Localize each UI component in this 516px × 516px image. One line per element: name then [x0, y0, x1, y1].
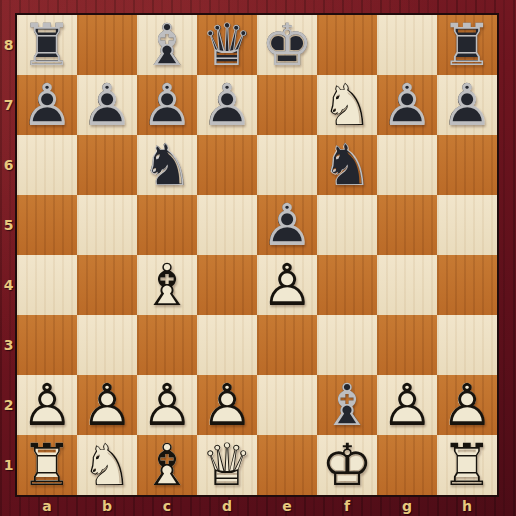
- square-h7[interactable]: ♟♙: [437, 75, 497, 135]
- square-b3[interactable]: [77, 315, 137, 375]
- piece-outline-glyph: ♙: [197, 75, 257, 135]
- rank-label-6: 6: [0, 135, 17, 195]
- file-label-a: a: [17, 495, 77, 516]
- rank-label-3: 3: [0, 315, 17, 375]
- rank-label-5: 5: [0, 195, 17, 255]
- square-c2[interactable]: ♟♙: [137, 375, 197, 435]
- piece-outline-glyph: ♔: [317, 435, 377, 495]
- square-d8[interactable]: ♛♕: [197, 15, 257, 75]
- piece-outline-glyph: ♘: [317, 75, 377, 135]
- piece-outline-glyph: ♙: [377, 75, 437, 135]
- square-g8[interactable]: [377, 15, 437, 75]
- white-rook-h1[interactable]: ♜♖: [437, 435, 497, 495]
- piece-outline-glyph: ♕: [197, 435, 257, 495]
- square-a8[interactable]: ♜♖: [17, 15, 77, 75]
- piece-outline-glyph: ♙: [257, 195, 317, 255]
- white-king-f1[interactable]: ♚♔: [317, 435, 377, 495]
- square-c5[interactable]: [137, 195, 197, 255]
- white-bishop-c4[interactable]: ♝♗: [137, 255, 197, 315]
- white-bishop-c1[interactable]: ♝♗: [137, 435, 197, 495]
- square-b4[interactable]: [77, 255, 137, 315]
- square-e6[interactable]: [257, 135, 317, 195]
- square-g5[interactable]: [377, 195, 437, 255]
- square-c4[interactable]: ♝♗: [137, 255, 197, 315]
- piece-outline-glyph: ♙: [377, 375, 437, 435]
- square-a7[interactable]: ♟♙: [17, 75, 77, 135]
- piece-outline-glyph: ♖: [437, 435, 497, 495]
- piece-outline-glyph: ♗: [317, 375, 377, 435]
- piece-outline-glyph: ♖: [17, 435, 77, 495]
- white-pawn-d2[interactable]: ♟♙: [197, 375, 257, 435]
- white-pawn-c2[interactable]: ♟♙: [137, 375, 197, 435]
- black-knight-c6[interactable]: ♞♘: [137, 135, 197, 195]
- piece-outline-glyph: ♙: [197, 375, 257, 435]
- square-a5[interactable]: [17, 195, 77, 255]
- piece-outline-glyph: ♗: [137, 255, 197, 315]
- square-g4[interactable]: [377, 255, 437, 315]
- black-rook-h8[interactable]: ♜♖: [437, 15, 497, 75]
- square-d3[interactable]: [197, 315, 257, 375]
- black-pawn-b7[interactable]: ♟♙: [77, 75, 137, 135]
- file-labels: abcdefgh: [17, 495, 497, 516]
- piece-outline-glyph: ♕: [197, 15, 257, 75]
- square-a4[interactable]: [17, 255, 77, 315]
- black-queen-d8[interactable]: ♛♕: [197, 15, 257, 75]
- square-f3[interactable]: [317, 315, 377, 375]
- piece-outline-glyph: ♙: [77, 375, 137, 435]
- piece-outline-glyph: ♙: [137, 375, 197, 435]
- piece-outline-glyph: ♙: [137, 75, 197, 135]
- square-g7[interactable]: ♟♙: [377, 75, 437, 135]
- square-h8[interactable]: ♜♖: [437, 15, 497, 75]
- black-pawn-h7[interactable]: ♟♙: [437, 75, 497, 135]
- square-f4[interactable]: [317, 255, 377, 315]
- square-e8[interactable]: ♚♔: [257, 15, 317, 75]
- square-b1[interactable]: ♞♘: [77, 435, 137, 495]
- square-f6[interactable]: ♞♘: [317, 135, 377, 195]
- piece-outline-glyph: ♙: [17, 75, 77, 135]
- piece-outline-glyph: ♙: [437, 375, 497, 435]
- black-knight-f6[interactable]: ♞♘: [317, 135, 377, 195]
- square-f8[interactable]: [317, 15, 377, 75]
- white-knight-f7[interactable]: ♞♘: [317, 75, 377, 135]
- square-e3[interactable]: [257, 315, 317, 375]
- square-b5[interactable]: [77, 195, 137, 255]
- square-e7[interactable]: [257, 75, 317, 135]
- square-f2[interactable]: ♝♗: [317, 375, 377, 435]
- square-h4[interactable]: [437, 255, 497, 315]
- piece-outline-glyph: ♗: [137, 15, 197, 75]
- square-b2[interactable]: ♟♙: [77, 375, 137, 435]
- file-label-d: d: [197, 495, 257, 516]
- square-d4[interactable]: [197, 255, 257, 315]
- square-b6[interactable]: [77, 135, 137, 195]
- piece-outline-glyph: ♙: [257, 255, 317, 315]
- square-f7[interactable]: ♞♘: [317, 75, 377, 135]
- piece-outline-glyph: ♘: [137, 135, 197, 195]
- rank-label-7: 7: [0, 75, 17, 135]
- board-grid: ♜♖♝♗♛♕♚♔♜♖♟♙♟♙♟♙♟♙♞♘♟♙♟♙♞♘♞♘♟♙♝♗♟♙♟♙♟♙♟♙…: [17, 15, 497, 495]
- white-rook-a1[interactable]: ♜♖: [17, 435, 77, 495]
- chessboard-frame: 87654321 ♜♖♝♗♛♕♚♔♜♖♟♙♟♙♟♙♟♙♞♘♟♙♟♙♞♘♞♘♟♙♝…: [0, 0, 516, 516]
- piece-outline-glyph: ♙: [77, 75, 137, 135]
- white-queen-d1[interactable]: ♛♕: [197, 435, 257, 495]
- square-d5[interactable]: [197, 195, 257, 255]
- square-b8[interactable]: [77, 15, 137, 75]
- square-c6[interactable]: ♞♘: [137, 135, 197, 195]
- square-a2[interactable]: ♟♙: [17, 375, 77, 435]
- square-h5[interactable]: [437, 195, 497, 255]
- file-label-f: f: [317, 495, 377, 516]
- black-pawn-d7[interactable]: ♟♙: [197, 75, 257, 135]
- square-c8[interactable]: ♝♗: [137, 15, 197, 75]
- square-d2[interactable]: ♟♙: [197, 375, 257, 435]
- white-pawn-b2[interactable]: ♟♙: [77, 375, 137, 435]
- square-c7[interactable]: ♟♙: [137, 75, 197, 135]
- rank-label-4: 4: [0, 255, 17, 315]
- square-b7[interactable]: ♟♙: [77, 75, 137, 135]
- black-pawn-g7[interactable]: ♟♙: [377, 75, 437, 135]
- black-rook-a8[interactable]: ♜♖: [17, 15, 77, 75]
- square-g1[interactable]: [377, 435, 437, 495]
- white-pawn-g2[interactable]: ♟♙: [377, 375, 437, 435]
- piece-outline-glyph: ♙: [17, 375, 77, 435]
- square-d7[interactable]: ♟♙: [197, 75, 257, 135]
- black-bishop-f2[interactable]: ♝♗: [317, 375, 377, 435]
- square-a3[interactable]: [17, 315, 77, 375]
- rank-labels: 87654321: [0, 15, 17, 495]
- piece-outline-glyph: ♘: [317, 135, 377, 195]
- square-h2[interactable]: ♟♙: [437, 375, 497, 435]
- square-a6[interactable]: [17, 135, 77, 195]
- piece-outline-glyph: ♔: [257, 15, 317, 75]
- square-h3[interactable]: [437, 315, 497, 375]
- square-a1[interactable]: ♜♖: [17, 435, 77, 495]
- square-h6[interactable]: [437, 135, 497, 195]
- square-g2[interactable]: ♟♙: [377, 375, 437, 435]
- rank-label-1: 1: [0, 435, 17, 495]
- piece-outline-glyph: ♖: [437, 15, 497, 75]
- square-e1[interactable]: [257, 435, 317, 495]
- square-g3[interactable]: [377, 315, 437, 375]
- square-e5[interactable]: ♟♙: [257, 195, 317, 255]
- square-g6[interactable]: [377, 135, 437, 195]
- piece-outline-glyph: ♗: [137, 435, 197, 495]
- square-d6[interactable]: [197, 135, 257, 195]
- file-label-g: g: [377, 495, 437, 516]
- square-c1[interactable]: ♝♗: [137, 435, 197, 495]
- square-h1[interactable]: ♜♖: [437, 435, 497, 495]
- black-pawn-a7[interactable]: ♟♙: [17, 75, 77, 135]
- file-label-h: h: [437, 495, 497, 516]
- square-c3[interactable]: [137, 315, 197, 375]
- square-f1[interactable]: ♚♔: [317, 435, 377, 495]
- white-pawn-h2[interactable]: ♟♙: [437, 375, 497, 435]
- white-pawn-a2[interactable]: ♟♙: [17, 375, 77, 435]
- black-pawn-e5[interactable]: ♟♙: [257, 195, 317, 255]
- piece-outline-glyph: ♙: [437, 75, 497, 135]
- white-pawn-e4[interactable]: ♟♙: [257, 255, 317, 315]
- black-pawn-c7[interactable]: ♟♙: [137, 75, 197, 135]
- square-d1[interactable]: ♛♕: [197, 435, 257, 495]
- file-label-b: b: [77, 495, 137, 516]
- square-e2[interactable]: [257, 375, 317, 435]
- black-king-e8[interactable]: ♚♔: [257, 15, 317, 75]
- piece-outline-glyph: ♘: [77, 435, 137, 495]
- rank-label-8: 8: [0, 15, 17, 75]
- file-label-c: c: [137, 495, 197, 516]
- piece-outline-glyph: ♖: [17, 15, 77, 75]
- black-bishop-c8[interactable]: ♝♗: [137, 15, 197, 75]
- square-f5[interactable]: [317, 195, 377, 255]
- white-knight-b1[interactable]: ♞♘: [77, 435, 137, 495]
- square-e4[interactable]: ♟♙: [257, 255, 317, 315]
- file-label-e: e: [257, 495, 317, 516]
- rank-label-2: 2: [0, 375, 17, 435]
